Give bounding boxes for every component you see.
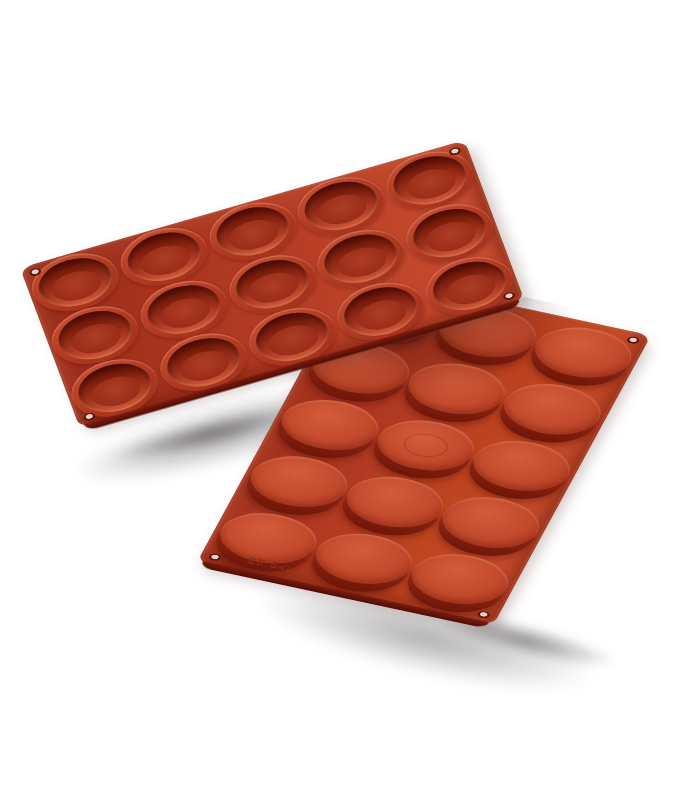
cavity-bowl bbox=[406, 201, 493, 265]
cavity-bowl bbox=[71, 356, 158, 420]
cavity-floor bbox=[87, 371, 145, 411]
cavity-bowl bbox=[337, 279, 424, 343]
product-photo: SF 040 bbox=[0, 0, 680, 800]
cavity-bowl bbox=[51, 303, 138, 367]
cavity-floor bbox=[225, 215, 283, 255]
bump-top bbox=[524, 320, 642, 386]
cavity-floor bbox=[136, 240, 194, 280]
cavity-bowl bbox=[140, 278, 227, 342]
cavity-floor bbox=[314, 189, 372, 229]
cavity-bowl bbox=[120, 225, 207, 289]
cavity-floor bbox=[47, 266, 105, 306]
cavity-floor bbox=[264, 320, 322, 360]
cavity-floor bbox=[333, 242, 391, 282]
cavity-bowl bbox=[229, 252, 316, 316]
cavity-bowl bbox=[317, 227, 404, 291]
cavity-bowl bbox=[32, 250, 119, 314]
cavity-bowl bbox=[386, 148, 473, 212]
cavity-floor bbox=[353, 295, 411, 335]
corner-hole bbox=[82, 412, 96, 422]
cavity-floor bbox=[442, 269, 500, 309]
cavity-bowl bbox=[248, 305, 335, 369]
cavity-bowl bbox=[209, 199, 296, 263]
cavity-bowl bbox=[426, 254, 513, 318]
cavity-floor bbox=[402, 164, 460, 204]
cavity-floor bbox=[245, 268, 303, 308]
cavity-floor bbox=[176, 346, 234, 386]
cavity-floor bbox=[67, 319, 125, 359]
cavity-floor bbox=[156, 293, 214, 333]
cavity-floor bbox=[422, 217, 480, 257]
cavity-bowl bbox=[160, 330, 247, 394]
cavity-bowl bbox=[298, 174, 385, 238]
